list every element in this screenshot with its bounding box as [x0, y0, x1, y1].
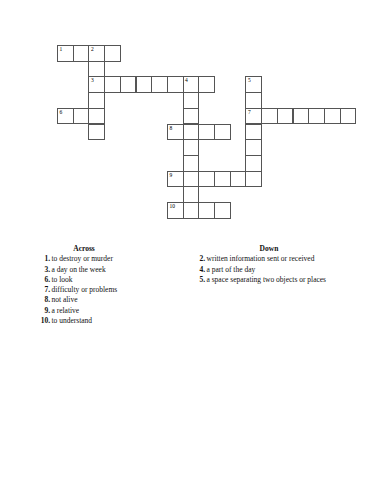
clue-text: difficulty or problems — [52, 285, 118, 294]
grid-cell[interactable] — [183, 186, 200, 203]
clue-text: a day on the week — [52, 265, 106, 274]
grid-cell-8[interactable]: 8 — [167, 124, 184, 141]
grid-cell[interactable] — [120, 76, 137, 93]
grid-cell-4[interactable]: 4 — [183, 76, 200, 93]
grid-cell[interactable] — [73, 108, 90, 125]
cell-number: 6 — [60, 109, 63, 116]
grid-cell[interactable] — [214, 202, 231, 219]
down-header: Down — [185, 244, 353, 254]
grid-cell[interactable] — [245, 155, 262, 172]
grid-cell[interactable] — [167, 76, 184, 93]
grid-cell[interactable] — [183, 124, 200, 141]
grid-cell-10[interactable]: 10 — [167, 202, 184, 219]
grid-cell[interactable] — [245, 139, 262, 156]
clue-number: 1. — [30, 254, 50, 264]
grid-cell[interactable] — [230, 171, 247, 188]
grid-cell[interactable] — [340, 108, 357, 125]
clue-down-4: 4.a part of the day — [185, 265, 353, 275]
clue-number: 2. — [185, 254, 205, 264]
cell-number: 8 — [169, 125, 172, 132]
grid-cell[interactable] — [88, 61, 105, 78]
grid-cell[interactable] — [245, 171, 262, 188]
grid-cell[interactable] — [214, 124, 231, 141]
down-clues-section: Down 2.written information sent or recei… — [185, 244, 353, 285]
grid-cell[interactable] — [104, 45, 121, 62]
cell-number: 2 — [91, 46, 94, 53]
grid-cell[interactable] — [183, 155, 200, 172]
grid-cell[interactable] — [261, 108, 278, 125]
clue-text: to understand — [52, 316, 93, 325]
crossword-grid: 12345678910 — [57, 45, 357, 219]
grid-cell[interactable] — [245, 92, 262, 109]
grid-cell[interactable] — [183, 108, 200, 125]
cell-number: 10 — [169, 203, 175, 210]
grid-cell[interactable] — [104, 76, 121, 93]
grid-cell[interactable] — [198, 124, 215, 141]
grid-cell[interactable] — [245, 124, 262, 141]
down-clue-list: 2.written information sent or received4.… — [185, 254, 353, 285]
grid-cell[interactable] — [88, 108, 105, 125]
clue-text: not alive — [52, 295, 78, 304]
clue-across-3: 3.a day on the week — [30, 265, 138, 275]
clue-number: 3. — [30, 265, 50, 275]
grid-cell[interactable] — [324, 108, 341, 125]
grid-cell-7[interactable]: 7 — [245, 108, 262, 125]
clue-across-8: 8.not alive — [30, 295, 138, 305]
clue-across-10: 10.to understand — [30, 316, 138, 326]
clue-across-9: 9.a relative — [30, 306, 138, 316]
grid-cell[interactable] — [198, 202, 215, 219]
grid-cell[interactable] — [277, 108, 294, 125]
cell-number: 1 — [60, 46, 63, 53]
grid-cell[interactable] — [151, 76, 168, 93]
clue-text: a part of the day — [207, 265, 256, 274]
clue-across-6: 6.to look — [30, 275, 138, 285]
grid-cell[interactable] — [73, 45, 90, 62]
grid-cell[interactable] — [136, 76, 153, 93]
grid-cell[interactable] — [293, 108, 310, 125]
clue-text: a relative — [52, 306, 80, 315]
clue-text: a space separating two objects or places — [207, 275, 327, 284]
grid-cell-1[interactable]: 1 — [57, 45, 74, 62]
grid-cell[interactable] — [183, 139, 200, 156]
clue-number: 10. — [30, 316, 50, 326]
crossword-worksheet-page: 12345678910 Across 1.to destroy or murde… — [0, 0, 386, 500]
clue-text: written information sent or received — [207, 254, 315, 263]
clue-number: 4. — [185, 265, 205, 275]
clue-across-1: 1.to destroy or murder — [30, 254, 138, 264]
cell-number: 7 — [248, 109, 251, 116]
grid-cell[interactable] — [88, 92, 105, 109]
clue-across-7: 7.difficulty or problems — [30, 285, 138, 295]
clue-number: 6. — [30, 275, 50, 285]
across-clues-section: Across 1.to destroy or murder3.a day on … — [30, 244, 138, 326]
clue-down-5: 5.a space separating two objects or plac… — [185, 275, 353, 285]
clue-number: 8. — [30, 295, 50, 305]
grid-cell-3[interactable]: 3 — [88, 76, 105, 93]
grid-cell[interactable] — [214, 171, 231, 188]
grid-cell[interactable] — [183, 171, 200, 188]
clue-number: 9. — [30, 306, 50, 316]
clue-text: to look — [52, 275, 73, 284]
grid-cell-5[interactable]: 5 — [245, 76, 262, 93]
across-header: Across — [30, 244, 138, 254]
grid-cell-9[interactable]: 9 — [167, 171, 184, 188]
clue-text: to destroy or murder — [52, 254, 113, 263]
grid-cell[interactable] — [308, 108, 325, 125]
cell-number: 5 — [248, 77, 251, 84]
across-clue-list: 1.to destroy or murder3.a day on the wee… — [30, 254, 138, 326]
grid-cell-2[interactable]: 2 — [88, 45, 105, 62]
clue-down-2: 2.written information sent or received — [185, 254, 353, 264]
cell-number: 4 — [185, 77, 188, 84]
grid-cell-6[interactable]: 6 — [57, 108, 74, 125]
cell-number: 9 — [169, 172, 172, 179]
grid-cell[interactable] — [198, 171, 215, 188]
grid-cell[interactable] — [183, 202, 200, 219]
grid-cell[interactable] — [198, 76, 215, 93]
cell-number: 3 — [91, 77, 94, 84]
grid-cell[interactable] — [183, 92, 200, 109]
clue-number: 5. — [185, 275, 205, 285]
clue-number: 7. — [30, 285, 50, 295]
grid-cell[interactable] — [88, 124, 105, 141]
